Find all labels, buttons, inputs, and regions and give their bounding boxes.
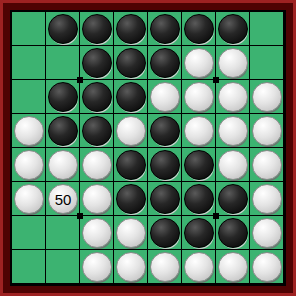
cell-e7[interactable]	[148, 216, 182, 250]
cell-a6[interactable]	[12, 182, 46, 216]
star-point	[213, 213, 219, 219]
cell-e2[interactable]	[148, 46, 182, 80]
cell-g7[interactable]	[216, 216, 250, 250]
cell-d7[interactable]	[114, 216, 148, 250]
white-disc	[218, 150, 248, 180]
black-disc	[150, 150, 180, 180]
cell-f1[interactable]	[182, 12, 216, 46]
star-point	[213, 77, 219, 83]
white-disc	[252, 218, 282, 248]
cell-b6[interactable]: 50	[46, 182, 80, 216]
black-disc	[82, 14, 112, 44]
cell-e4[interactable]	[148, 114, 182, 148]
white-disc	[150, 82, 180, 112]
black-disc	[184, 150, 214, 180]
cell-g2[interactable]	[216, 46, 250, 80]
white-disc	[48, 150, 78, 180]
cell-f6[interactable]	[182, 182, 216, 216]
black-disc	[218, 14, 248, 44]
black-disc	[184, 184, 214, 214]
black-disc	[150, 48, 180, 78]
cell-h2[interactable]	[250, 46, 284, 80]
board-frame-inner: 50	[3, 3, 293, 293]
black-disc	[48, 116, 78, 146]
cell-g3[interactable]	[216, 80, 250, 114]
cell-a2[interactable]	[12, 46, 46, 80]
cell-g5[interactable]	[216, 148, 250, 182]
cell-f4[interactable]	[182, 114, 216, 148]
othello-board: 50	[12, 12, 284, 284]
white-disc	[184, 116, 214, 146]
white-disc	[252, 116, 282, 146]
cell-e8[interactable]	[148, 250, 182, 284]
white-disc	[14, 184, 44, 214]
cell-c4[interactable]	[80, 114, 114, 148]
black-disc	[150, 218, 180, 248]
cell-e5[interactable]	[148, 148, 182, 182]
cell-h7[interactable]	[250, 216, 284, 250]
white-disc	[218, 116, 248, 146]
cell-c2[interactable]	[80, 46, 114, 80]
cell-b1[interactable]	[46, 12, 80, 46]
cell-d4[interactable]	[114, 114, 148, 148]
white-disc	[252, 150, 282, 180]
black-disc	[82, 48, 112, 78]
white-disc	[252, 184, 282, 214]
black-disc	[82, 116, 112, 146]
black-disc	[116, 82, 146, 112]
white-disc	[184, 82, 214, 112]
white-disc	[14, 150, 44, 180]
cell-h8[interactable]	[250, 250, 284, 284]
white-disc	[82, 184, 112, 214]
cell-b5[interactable]	[46, 148, 80, 182]
cell-d2[interactable]	[114, 46, 148, 80]
cell-e6[interactable]	[148, 182, 182, 216]
cell-c8[interactable]	[80, 250, 114, 284]
cell-f8[interactable]	[182, 250, 216, 284]
cell-d6[interactable]	[114, 182, 148, 216]
cell-h3[interactable]	[250, 80, 284, 114]
cell-d8[interactable]	[114, 250, 148, 284]
cell-c7[interactable]	[80, 216, 114, 250]
white-disc	[82, 150, 112, 180]
black-disc	[184, 218, 214, 248]
cell-a5[interactable]	[12, 148, 46, 182]
black-disc	[218, 218, 248, 248]
cell-e3[interactable]	[148, 80, 182, 114]
white-disc	[252, 252, 282, 282]
board-frame: 50	[0, 0, 296, 296]
white-disc	[184, 48, 214, 78]
white-disc	[116, 252, 146, 282]
white-disc	[116, 218, 146, 248]
white-disc	[218, 82, 248, 112]
cell-d3[interactable]	[114, 80, 148, 114]
white-disc	[218, 48, 248, 78]
cell-g1[interactable]	[216, 12, 250, 46]
board-edge: 50	[10, 10, 286, 286]
cell-f3[interactable]	[182, 80, 216, 114]
black-disc	[116, 14, 146, 44]
cell-b3[interactable]	[46, 80, 80, 114]
black-disc	[48, 82, 78, 112]
cell-h1[interactable]	[250, 12, 284, 46]
cell-d5[interactable]	[114, 148, 148, 182]
cell-b8[interactable]	[46, 250, 80, 284]
cell-c3[interactable]	[80, 80, 114, 114]
black-disc	[150, 184, 180, 214]
white-disc	[150, 252, 180, 282]
cell-c6[interactable]	[80, 182, 114, 216]
cell-a8[interactable]	[12, 250, 46, 284]
cell-g4[interactable]	[216, 114, 250, 148]
cell-b7[interactable]	[46, 216, 80, 250]
black-disc	[116, 48, 146, 78]
cell-b4[interactable]	[46, 114, 80, 148]
cell-b2[interactable]	[46, 46, 80, 80]
white-disc	[184, 252, 214, 282]
cell-g8[interactable]	[216, 250, 250, 284]
cell-g6[interactable]	[216, 182, 250, 216]
black-disc	[116, 150, 146, 180]
cell-f2[interactable]	[182, 46, 216, 80]
cell-a7[interactable]	[12, 216, 46, 250]
black-disc	[218, 184, 248, 214]
white-disc: 50	[48, 184, 78, 214]
cell-e1[interactable]	[148, 12, 182, 46]
cell-f5[interactable]	[182, 148, 216, 182]
white-disc	[252, 82, 282, 112]
move-number-label: 50	[49, 185, 77, 213]
black-disc	[150, 14, 180, 44]
cell-f7[interactable]	[182, 216, 216, 250]
star-point	[77, 77, 83, 83]
cell-h6[interactable]	[250, 182, 284, 216]
white-disc	[82, 218, 112, 248]
white-disc	[116, 116, 146, 146]
black-disc	[116, 184, 146, 214]
white-disc	[82, 252, 112, 282]
black-disc	[150, 116, 180, 146]
white-disc	[14, 116, 44, 146]
cell-d1[interactable]	[114, 12, 148, 46]
black-disc	[184, 14, 214, 44]
star-point	[77, 213, 83, 219]
cell-h4[interactable]	[250, 114, 284, 148]
cell-a3[interactable]	[12, 80, 46, 114]
cell-c1[interactable]	[80, 12, 114, 46]
cell-h5[interactable]	[250, 148, 284, 182]
black-disc	[82, 82, 112, 112]
black-disc	[48, 14, 78, 44]
cell-a1[interactable]	[12, 12, 46, 46]
white-disc	[218, 252, 248, 282]
cell-a4[interactable]	[12, 114, 46, 148]
cell-c5[interactable]	[80, 148, 114, 182]
